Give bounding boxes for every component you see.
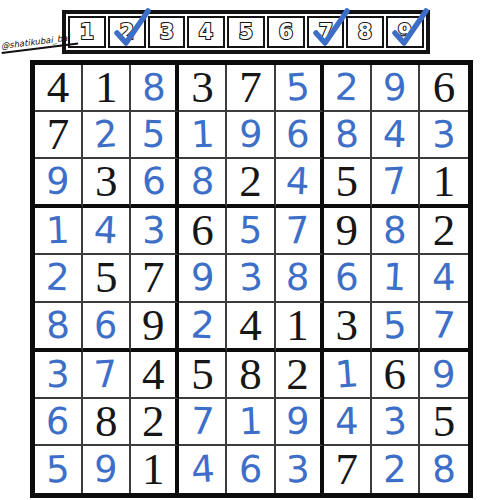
cell-r2c4[interactable]: 1 [179,112,227,159]
pen-digit: 5 [238,212,263,250]
tracker-cell-4[interactable]: 4 [187,16,225,48]
tracker-cell-7[interactable]: 7 [307,16,345,48]
given-digit: 3 [95,159,118,204]
tracker-digit-5: 5 [229,18,263,46]
cell-r1c9[interactable]: 6 [420,65,468,112]
given-digit: 2 [286,352,309,397]
given-digit: 5 [95,255,118,300]
cell-r7c1[interactable]: 3 [35,352,83,399]
cell-r5c7[interactable]: 6 [324,255,372,302]
cell-r2c3[interactable]: 5 [131,112,179,159]
cell-r1c2[interactable]: 1 [83,65,131,112]
tracker-cell-8[interactable]: 8 [346,16,384,48]
pen-digit: 2 [334,69,359,107]
svg-text:6: 6 [279,20,293,44]
pen-digit: 6 [238,451,263,489]
given-digit: 2 [142,399,165,444]
cell-r6c2[interactable]: 6 [83,303,131,352]
pen-digit: 3 [432,116,457,154]
pen-digit: 9 [238,116,263,154]
tracker-cell-3[interactable]: 3 [148,16,186,48]
pen-digit: 8 [141,69,166,107]
given-digit: 9 [142,303,165,348]
cell-r2c5[interactable]: 9 [227,112,275,159]
cell-r6c9[interactable]: 7 [420,303,468,352]
given-digit: 4 [47,65,70,110]
cell-r9c8[interactable]: 2 [372,446,420,493]
svg-text:1: 1 [80,20,94,44]
cell-r1c4[interactable]: 3 [179,65,227,112]
pen-digit: 8 [383,212,407,249]
cell-r5c1[interactable]: 2 [35,255,83,302]
cell-r2c9[interactable]: 3 [420,112,468,159]
cell-r5c8[interactable]: 1 [372,255,420,302]
cell-r9c7[interactable]: 7 [324,446,372,493]
given-digit: 4 [142,352,165,397]
cell-r7c2[interactable]: 7 [83,352,131,399]
cell-r2c8[interactable]: 4 [372,112,420,159]
cell-r7c3[interactable]: 4 [131,352,179,399]
given-digit: 2 [239,159,262,204]
cell-r7c6[interactable]: 2 [276,352,324,399]
cell-r8c1[interactable]: 6 [35,399,83,446]
sudoku-grid: 4183752967251968439368245711436579822579… [30,60,473,498]
cell-r2c7[interactable]: 8 [324,112,372,159]
pen-digit: 5 [285,68,311,107]
check-icon [386,4,430,52]
pen-digit: 7 [93,355,119,394]
tracker-digit-3: 3 [150,18,184,46]
cell-r3c1[interactable]: 9 [35,159,83,208]
given-digit: 8 [95,399,118,444]
sudoku-page: 123456789 @shatikubai_bai 41837529672519… [0,0,500,500]
pen-digit: 9 [285,402,310,440]
cell-r4c3[interactable]: 3 [131,208,179,255]
cell-r5c9[interactable]: 4 [420,255,468,302]
given-digit: 6 [191,208,214,253]
check-icon [307,4,351,52]
cell-r6c3[interactable]: 9 [131,303,179,352]
cell-r8c6[interactable]: 9 [276,399,324,446]
given-digit: 1 [286,303,309,348]
pen-digit: 9 [190,259,214,296]
cell-r3c9[interactable]: 1 [420,159,468,208]
cell-r4c1[interactable]: 1 [35,208,83,255]
given-digit: 7 [47,112,70,157]
pen-digit: 7 [190,402,215,440]
cell-r5c5[interactable]: 3 [227,255,275,302]
given-digit: 3 [191,65,214,110]
cell-r6c1[interactable]: 8 [35,303,83,352]
pen-digit: 4 [93,212,118,250]
cell-r7c5[interactable]: 8 [227,352,275,399]
pen-digit: 9 [45,163,70,201]
given-digit: 4 [239,303,262,348]
given-digit: 1 [433,159,456,204]
given-digit: 8 [239,352,262,397]
pen-digit: 6 [45,402,70,440]
pen-digit: 3 [237,259,263,298]
cell-r3c5[interactable]: 2 [227,159,275,208]
cell-r8c9[interactable]: 5 [420,399,468,446]
pen-digit: 9 [382,69,407,107]
pen-digit: 3 [285,451,310,489]
tracker-cell-6[interactable]: 6 [267,16,305,48]
cell-r5c4[interactable]: 9 [179,255,227,302]
cell-r8c3[interactable]: 2 [131,399,179,446]
pen-digit: 9 [432,355,457,393]
cell-r7c7[interactable]: 1 [324,352,372,399]
cell-r8c4[interactable]: 7 [179,399,227,446]
cell-r6c4[interactable]: 2 [179,303,227,352]
given-digit: 5 [191,352,214,397]
digit-tracker: 123456789 [62,10,430,54]
svg-text:4: 4 [199,20,213,44]
cell-r4c2[interactable]: 4 [83,208,131,255]
pen-digit: 8 [334,115,360,154]
pen-digit: 1 [46,212,71,250]
cell-r1c3[interactable]: 8 [131,65,179,112]
cell-r9c6[interactable]: 3 [276,446,324,493]
cell-r8c2[interactable]: 8 [83,399,131,446]
pen-digit: 6 [334,259,359,297]
cell-r6c8[interactable]: 5 [372,303,420,352]
pen-digit: 8 [285,259,310,297]
cell-r3c3[interactable]: 6 [131,159,179,208]
cell-r5c6[interactable]: 8 [276,255,324,302]
pen-digit: 8 [190,163,215,201]
pen-digit: 1 [382,259,407,297]
cell-r8c8[interactable]: 3 [372,399,420,446]
cell-r3c2[interactable]: 3 [83,159,131,208]
cell-r6c5[interactable]: 4 [227,303,275,352]
cell-r3c8[interactable]: 7 [372,159,420,208]
cell-r1c7[interactable]: 2 [324,65,372,112]
cell-r2c6[interactable]: 6 [276,112,324,159]
cell-r1c8[interactable]: 9 [372,65,420,112]
tracker-digit-4: 4 [189,18,223,46]
tracker-cell-9[interactable]: 9 [386,16,424,48]
pen-digit: 2 [93,115,119,154]
tracker-digit-6: 6 [269,18,303,46]
cell-r6c7[interactable]: 3 [324,303,372,352]
svg-text:8: 8 [358,20,372,44]
cell-r9c5[interactable]: 6 [227,446,275,493]
pen-digit: 6 [94,306,119,344]
tracker-cell-5[interactable]: 5 [227,16,265,48]
pen-digit: 2 [46,259,71,297]
pen-digit: 7 [285,212,310,250]
check-icon [108,4,152,52]
pen-digit: 1 [238,402,263,440]
tracker-digit-8: 8 [348,18,382,46]
svg-text:3: 3 [159,20,173,44]
pen-digit: 8 [45,306,71,345]
pen-digit: 3 [46,355,70,392]
given-digit: 5 [335,159,358,204]
pen-digit: 3 [141,212,165,249]
given-digit: 9 [335,208,358,253]
cell-r4c6[interactable]: 7 [276,208,324,255]
pen-digit: 7 [382,163,408,202]
given-digit: 7 [335,447,358,492]
cell-r4c7[interactable]: 9 [324,208,372,255]
cell-r6c6[interactable]: 1 [276,303,324,352]
tracker-cell-2[interactable]: 2 [108,16,146,48]
pen-digit: 4 [382,116,407,154]
given-digit: 1 [142,447,165,492]
pen-digit: 2 [383,451,407,488]
cell-r7c4[interactable]: 5 [179,352,227,399]
given-digit: 2 [433,208,456,253]
given-digit: 7 [142,255,165,300]
cell-r8c5[interactable]: 1 [227,399,275,446]
cell-r9c2[interactable]: 9 [83,446,131,493]
pen-digit: 4 [335,403,359,440]
cell-r9c3[interactable]: 1 [131,446,179,493]
cell-r5c3[interactable]: 7 [131,255,179,302]
cell-r4c4[interactable]: 6 [179,208,227,255]
cell-r2c1[interactable]: 7 [35,112,83,159]
pen-digit: 4 [285,163,310,201]
pen-digit: 5 [46,451,71,489]
cell-r1c5[interactable]: 7 [227,65,275,112]
pen-digit: 1 [334,355,360,394]
cell-r9c9[interactable]: 8 [420,446,468,493]
given-digit: 6 [433,65,456,110]
cell-r4c8[interactable]: 8 [372,208,420,255]
pen-digit: 3 [382,402,408,441]
pen-digit: 6 [286,116,310,153]
cell-r9c4[interactable]: 4 [179,446,227,493]
cell-r8c7[interactable]: 4 [324,399,372,446]
cell-r3c4[interactable]: 8 [179,159,227,208]
pen-digit: 6 [140,163,166,202]
pen-digit: 4 [432,259,456,296]
pen-digit: 1 [190,116,215,154]
given-digit: 6 [384,352,407,397]
cell-r5c2[interactable]: 5 [83,255,131,302]
cell-r3c7[interactable]: 5 [324,159,372,208]
cell-r7c9[interactable]: 9 [420,352,468,399]
given-digit: 7 [239,65,262,110]
cell-r2c2[interactable]: 2 [83,112,131,159]
pen-digit: 5 [141,116,166,154]
given-digit: 3 [335,303,358,348]
pen-digit: 5 [382,306,407,344]
given-digit: 1 [95,65,118,110]
pen-digit: 7 [431,306,456,344]
cell-r3c6[interactable]: 4 [276,159,324,208]
svg-text:5: 5 [239,20,253,44]
pen-digit: 9 [93,450,118,488]
cell-r7c8[interactable]: 6 [372,352,420,399]
given-digit: 5 [433,399,456,444]
cell-r4c5[interactable]: 5 [227,208,275,255]
pen-digit: 4 [189,450,215,489]
cell-r4c9[interactable]: 2 [420,208,468,255]
cell-r1c6[interactable]: 5 [276,65,324,112]
pen-digit: 8 [431,450,457,489]
pen-digit: 2 [190,306,215,344]
cell-r1c1[interactable]: 4 [35,65,83,112]
cell-r9c1[interactable]: 5 [35,446,83,493]
